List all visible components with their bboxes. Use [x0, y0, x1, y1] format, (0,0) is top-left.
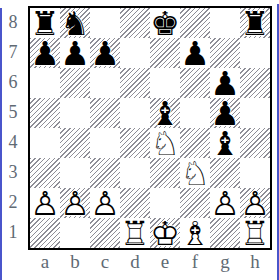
square-h5 — [240, 98, 270, 128]
black-pawn-glyph: ♟ — [180, 38, 210, 68]
file-label-e: e — [150, 251, 180, 273]
white-pawn-outline: ♙ — [60, 188, 90, 218]
file-labels: abcdefgh — [30, 251, 270, 273]
square-h8: ♜ — [240, 8, 270, 38]
square-e7 — [150, 38, 180, 68]
white-knight-outline: ♘ — [180, 158, 210, 188]
square-h4 — [240, 128, 270, 158]
square-a1 — [30, 218, 60, 248]
white-pawn-c2: ♟♙ — [90, 188, 120, 218]
file-label-d: d — [120, 251, 150, 273]
black-rook-h8: ♜ — [240, 8, 270, 38]
square-a7: ♟ — [30, 38, 60, 68]
square-f1: ♝♗ — [180, 218, 210, 248]
black-bishop-g4: ♝ — [210, 128, 240, 158]
black-pawn-glyph: ♟ — [30, 38, 60, 68]
square-g1 — [210, 218, 240, 248]
rank-label-3: 3 — [2, 157, 24, 187]
square-a5 — [30, 98, 60, 128]
square-c1 — [90, 218, 120, 248]
white-knight-outline: ♘ — [150, 128, 180, 158]
white-knight-f3: ♞♘ — [180, 158, 210, 188]
rank-label-4: 4 — [2, 127, 24, 157]
square-g4: ♝ — [210, 128, 240, 158]
white-rook-h1: ♜♖ — [240, 218, 270, 248]
file-label-f: f — [180, 251, 210, 273]
white-rook-outline: ♖ — [240, 218, 270, 248]
square-c5 — [90, 98, 120, 128]
square-d1: ♜♖ — [120, 218, 150, 248]
square-b2: ♟♙ — [60, 188, 90, 218]
square-f6 — [180, 68, 210, 98]
square-d6 — [120, 68, 150, 98]
square-c7: ♟ — [90, 38, 120, 68]
white-pawn-g2: ♟♙ — [210, 188, 240, 218]
square-f5 — [180, 98, 210, 128]
white-rook-d1: ♜♖ — [120, 218, 150, 248]
square-g8 — [210, 8, 240, 38]
square-h7 — [240, 38, 270, 68]
rank-label-2: 2 — [2, 187, 24, 217]
rank-label-6: 6 — [2, 67, 24, 97]
square-h6 — [240, 68, 270, 98]
file-label-h: h — [240, 251, 270, 273]
square-b7: ♟ — [60, 38, 90, 68]
file-label-c: c — [90, 251, 120, 273]
black-pawn-f7: ♟ — [180, 38, 210, 68]
square-b5 — [60, 98, 90, 128]
rank-label-7: 7 — [2, 37, 24, 67]
chess-board: ♜♞♚♜♟♟♟♟♟♝♟♞♘♝♞♘♟♙♟♙♟♙♟♙♟♙♜♖♚♔♝♗♜♖ — [28, 6, 272, 250]
file-label-a: a — [30, 251, 60, 273]
black-pawn-a7: ♟ — [30, 38, 60, 68]
white-pawn-a2: ♟♙ — [30, 188, 60, 218]
square-f3: ♞♘ — [180, 158, 210, 188]
square-b4 — [60, 128, 90, 158]
file-label-b: b — [60, 251, 90, 273]
rank-label-5: 5 — [2, 97, 24, 127]
white-bishop-outline: ♗ — [180, 218, 210, 248]
white-bishop-f1: ♝♗ — [180, 218, 210, 248]
square-c4 — [90, 128, 120, 158]
square-e1: ♚♔ — [150, 218, 180, 248]
square-d7 — [120, 38, 150, 68]
white-king-outline: ♔ — [150, 218, 180, 248]
black-king-glyph: ♚ — [150, 8, 180, 38]
black-pawn-glyph: ♟ — [90, 38, 120, 68]
rank-labels: 87654321 — [2, 7, 24, 247]
square-f7: ♟ — [180, 38, 210, 68]
rank-label-8: 8 — [2, 7, 24, 37]
square-d5 — [120, 98, 150, 128]
square-d4 — [120, 128, 150, 158]
white-knight-e4: ♞♘ — [150, 128, 180, 158]
square-g2: ♟♙ — [210, 188, 240, 218]
white-rook-outline: ♖ — [120, 218, 150, 248]
square-b6 — [60, 68, 90, 98]
square-e8: ♚ — [150, 8, 180, 38]
black-pawn-glyph: ♟ — [60, 38, 90, 68]
black-king-e8: ♚ — [150, 8, 180, 38]
white-king-e1: ♚♔ — [150, 218, 180, 248]
black-pawn-b7: ♟ — [60, 38, 90, 68]
white-pawn-outline: ♙ — [30, 188, 60, 218]
square-a4 — [30, 128, 60, 158]
rank-label-1: 1 — [2, 217, 24, 247]
image-border-right-line — [277, 4, 279, 280]
black-bishop-glyph: ♝ — [210, 128, 240, 158]
square-h1: ♜♖ — [240, 218, 270, 248]
square-c2: ♟♙ — [90, 188, 120, 218]
black-pawn-c7: ♟ — [90, 38, 120, 68]
chess-diagram[interactable]: 87654321 ♜♞♚♜♟♟♟♟♟♝♟♞♘♝♞♘♟♙♟♙♟♙♟♙♟♙♜♖♚♔♝… — [0, 0, 279, 280]
black-rook-glyph: ♜ — [240, 8, 270, 38]
square-c6 — [90, 68, 120, 98]
square-d8 — [120, 8, 150, 38]
square-d3 — [120, 158, 150, 188]
file-label-g: g — [210, 251, 240, 273]
square-a2: ♟♙ — [30, 188, 60, 218]
square-a6 — [30, 68, 60, 98]
square-e4: ♞♘ — [150, 128, 180, 158]
square-b1 — [60, 218, 90, 248]
square-e3 — [150, 158, 180, 188]
white-pawn-outline: ♙ — [210, 188, 240, 218]
white-pawn-b2: ♟♙ — [60, 188, 90, 218]
white-pawn-outline: ♙ — [90, 188, 120, 218]
